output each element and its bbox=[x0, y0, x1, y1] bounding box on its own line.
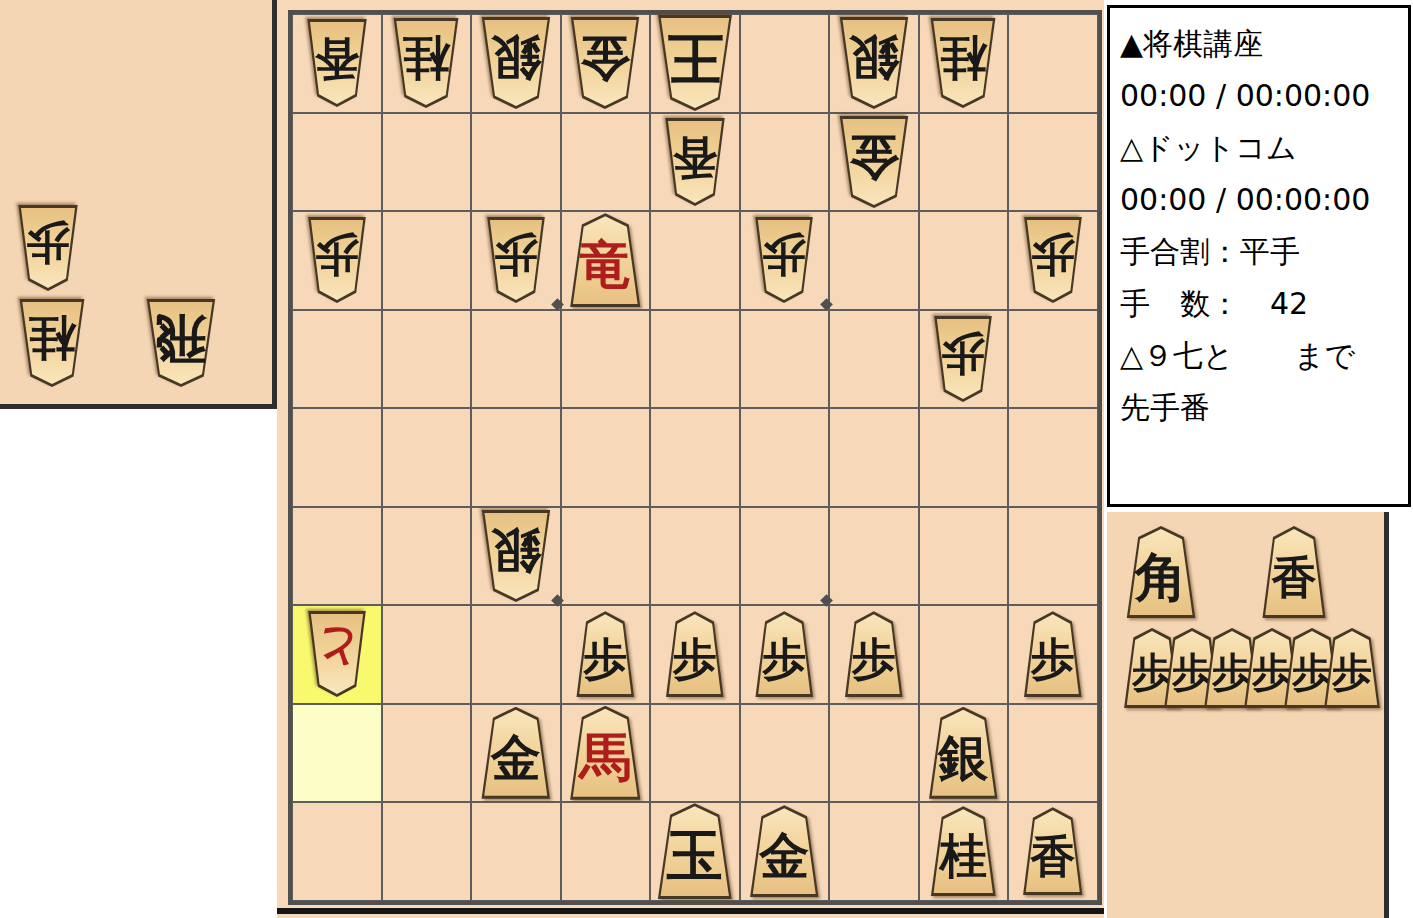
piece-glyph: 歩 bbox=[15, 205, 81, 281]
piece-sente-pawn[interactable]: 歩 bbox=[573, 611, 637, 697]
square-7-3[interactable]: 歩 bbox=[471, 211, 561, 310]
piece-glyph: 香 bbox=[304, 19, 370, 96]
square-1-3[interactable]: 歩 bbox=[1008, 211, 1098, 310]
move-count: 手 数： 42 bbox=[1120, 278, 1404, 330]
piece-sente-dragon[interactable]: 竜 bbox=[566, 213, 644, 307]
square-6-6[interactable] bbox=[561, 507, 651, 606]
square-4-5[interactable] bbox=[740, 408, 830, 507]
square-7-8[interactable]: 金 bbox=[471, 704, 561, 803]
board-bottom-edge bbox=[277, 908, 1104, 914]
shogi-board: 香桂銀金王銀桂香金歩歩竜歩歩歩銀と歩歩歩歩歩金馬銀玉金桂香 bbox=[277, 0, 1104, 918]
square-9-7[interactable]: と bbox=[292, 605, 382, 704]
piece-glyph: 香 bbox=[662, 118, 728, 195]
square-3-2[interactable]: 金 bbox=[829, 113, 919, 212]
square-1-6[interactable] bbox=[1008, 507, 1098, 606]
square-7-6[interactable]: 銀 bbox=[471, 507, 561, 606]
square-5-4[interactable] bbox=[650, 310, 740, 409]
square-6-1[interactable]: 金 bbox=[561, 14, 651, 113]
piece-sente-lance[interactable]: 香 bbox=[1259, 526, 1329, 618]
piece-glyph: 銀 bbox=[925, 718, 1001, 799]
square-3-3[interactable] bbox=[829, 211, 919, 310]
piece-glyph: 桂 bbox=[16, 299, 88, 376]
square-8-4[interactable] bbox=[382, 310, 472, 409]
piece-glyph: 歩 bbox=[1021, 217, 1085, 293]
piece-glyph: 角 bbox=[1123, 537, 1199, 618]
square-4-2[interactable] bbox=[740, 113, 830, 212]
square-2-6[interactable] bbox=[919, 507, 1009, 606]
sente-hand-tray: 角香歩歩歩歩歩歩 bbox=[1107, 512, 1389, 918]
square-5-2[interactable]: 香 bbox=[650, 113, 740, 212]
square-5-7[interactable]: 歩 bbox=[650, 605, 740, 704]
square-5-6[interactable] bbox=[650, 507, 740, 606]
piece-gote-pawn[interactable]: 歩 bbox=[931, 316, 995, 402]
piece-gote-king[interactable]: 王 bbox=[654, 15, 736, 111]
piece-glyph: 香 bbox=[1020, 818, 1086, 895]
square-9-8[interactable] bbox=[292, 704, 382, 803]
piece-gote-silver[interactable]: 銀 bbox=[836, 17, 912, 109]
piece-glyph: 銀 bbox=[836, 17, 912, 98]
piece-gote-silver[interactable]: 銀 bbox=[478, 510, 554, 602]
piece-sente-silver[interactable]: 銀 bbox=[925, 707, 1001, 799]
square-8-7[interactable] bbox=[382, 605, 472, 704]
square-6-3[interactable]: 竜 bbox=[561, 211, 651, 310]
gote-clock: 00:00 / 00:00:00 bbox=[1120, 174, 1404, 226]
square-2-5[interactable] bbox=[919, 408, 1009, 507]
piece-glyph: 歩 bbox=[752, 622, 816, 698]
piece-sente-pawn[interactable]: 歩 bbox=[1021, 611, 1085, 697]
piece-sente-knight[interactable]: 桂 bbox=[927, 806, 999, 896]
piece-glyph: 金 bbox=[478, 718, 554, 799]
info-panel: ▲将棋講座 00:00 / 00:00:00 △ドットコム 00:00 / 00… bbox=[1107, 5, 1411, 507]
gote-hand-tray: 歩桂飛 bbox=[0, 0, 277, 409]
piece-glyph: 歩 bbox=[573, 622, 637, 698]
piece-sente-pawn[interactable]: 歩 bbox=[842, 611, 906, 697]
square-4-7[interactable]: 歩 bbox=[740, 605, 830, 704]
sente-clock: 00:00 / 00:00:00 bbox=[1120, 70, 1404, 122]
piece-glyph: 歩 bbox=[1321, 638, 1383, 708]
piece-sente-pawn[interactable]: 歩 bbox=[1321, 628, 1383, 708]
piece-gote-knight[interactable]: 桂 bbox=[927, 18, 999, 108]
piece-sente-gold[interactable]: 金 bbox=[746, 805, 822, 897]
piece-sente-bishop[interactable]: 角 bbox=[1123, 526, 1199, 618]
piece-glyph: 金 bbox=[836, 116, 912, 197]
square-2-4[interactable]: 歩 bbox=[919, 310, 1009, 409]
square-4-8[interactable] bbox=[740, 704, 830, 803]
square-1-8[interactable] bbox=[1008, 704, 1098, 803]
square-9-3[interactable]: 歩 bbox=[292, 211, 382, 310]
piece-gote-gold[interactable]: 金 bbox=[567, 17, 643, 109]
square-2-3[interactable] bbox=[919, 211, 1009, 310]
square-5-9[interactable]: 玉 bbox=[650, 802, 740, 901]
piece-gote-tokin[interactable]: と bbox=[305, 611, 369, 697]
piece-gote-lance[interactable]: 香 bbox=[304, 19, 370, 107]
square-6-9[interactable] bbox=[561, 802, 651, 901]
piece-glyph: 馬 bbox=[566, 717, 644, 800]
piece-glyph: 歩 bbox=[305, 217, 369, 293]
square-7-9[interactable] bbox=[471, 802, 561, 901]
square-8-9[interactable] bbox=[382, 802, 472, 901]
piece-gote-pawn[interactable]: 歩 bbox=[484, 217, 548, 303]
piece-glyph: 桂 bbox=[390, 18, 462, 97]
square-2-1[interactable]: 桂 bbox=[919, 14, 1009, 113]
square-1-2[interactable] bbox=[1008, 113, 1098, 212]
piece-gote-lance[interactable]: 香 bbox=[662, 118, 728, 206]
piece-sente-gold[interactable]: 金 bbox=[478, 707, 554, 799]
square-3-9[interactable] bbox=[829, 802, 919, 901]
square-7-2[interactable] bbox=[471, 113, 561, 212]
square-8-1[interactable]: 桂 bbox=[382, 14, 472, 113]
square-8-8[interactable] bbox=[382, 704, 472, 803]
square-9-2[interactable] bbox=[292, 113, 382, 212]
piece-glyph: 金 bbox=[746, 816, 822, 897]
piece-glyph: 飛 bbox=[143, 299, 219, 376]
square-7-7[interactable] bbox=[471, 605, 561, 704]
square-6-8[interactable]: 馬 bbox=[561, 704, 651, 803]
square-9-5[interactable] bbox=[292, 408, 382, 507]
piece-sente-king[interactable]: 玉 bbox=[654, 803, 736, 899]
square-1-9[interactable]: 香 bbox=[1008, 802, 1098, 901]
piece-glyph: 銀 bbox=[478, 510, 554, 591]
piece-glyph: 歩 bbox=[663, 622, 727, 698]
square-6-7[interactable]: 歩 bbox=[561, 605, 651, 704]
piece-gote-gold[interactable]: 金 bbox=[836, 116, 912, 208]
square-7-4[interactable] bbox=[471, 310, 561, 409]
piece-gote-knight[interactable]: 桂 bbox=[16, 299, 88, 387]
square-2-2[interactable] bbox=[919, 113, 1009, 212]
piece-sente-pawn[interactable]: 歩 bbox=[663, 611, 727, 697]
square-6-4[interactable] bbox=[561, 310, 651, 409]
square-1-4[interactable] bbox=[1008, 310, 1098, 409]
piece-gote-pawn[interactable]: 歩 bbox=[305, 217, 369, 303]
square-8-3[interactable] bbox=[382, 211, 472, 310]
square-9-9[interactable] bbox=[292, 802, 382, 901]
piece-glyph: 香 bbox=[1259, 537, 1329, 618]
piece-glyph: 歩 bbox=[752, 217, 816, 293]
square-4-3[interactable]: 歩 bbox=[740, 211, 830, 310]
piece-gote-pawn[interactable]: 歩 bbox=[752, 217, 816, 303]
piece-sente-lance[interactable]: 香 bbox=[1020, 807, 1086, 895]
square-1-5[interactable] bbox=[1008, 408, 1098, 507]
piece-gote-pawn[interactable]: 歩 bbox=[1021, 217, 1085, 303]
square-5-8[interactable] bbox=[650, 704, 740, 803]
square-1-1[interactable] bbox=[1008, 14, 1098, 113]
square-5-5[interactable] bbox=[650, 408, 740, 507]
piece-gote-silver[interactable]: 銀 bbox=[478, 17, 554, 109]
square-3-7[interactable]: 歩 bbox=[829, 605, 919, 704]
piece-glyph: 歩 bbox=[484, 217, 548, 293]
square-2-8[interactable]: 銀 bbox=[919, 704, 1009, 803]
square-9-4[interactable] bbox=[292, 310, 382, 409]
square-6-2[interactable] bbox=[561, 113, 651, 212]
last-move-label: △９七と まで bbox=[1120, 330, 1404, 382]
square-8-2[interactable] bbox=[382, 113, 472, 212]
square-9-6[interactable] bbox=[292, 507, 382, 606]
piece-glyph: 歩 bbox=[842, 622, 906, 698]
piece-gote-knight[interactable]: 桂 bbox=[390, 18, 462, 108]
player-sente-name: ▲将棋講座 bbox=[1120, 18, 1404, 70]
square-4-9[interactable]: 金 bbox=[740, 802, 830, 901]
piece-sente-horse[interactable]: 馬 bbox=[566, 706, 644, 800]
piece-glyph: 桂 bbox=[927, 817, 999, 896]
square-5-3[interactable] bbox=[650, 211, 740, 310]
square-8-5[interactable] bbox=[382, 408, 472, 507]
square-8-6[interactable] bbox=[382, 507, 472, 606]
piece-glyph: 王 bbox=[654, 15, 736, 99]
square-3-6[interactable] bbox=[829, 507, 919, 606]
square-2-7[interactable] bbox=[919, 605, 1009, 704]
piece-glyph: 歩 bbox=[1021, 622, 1085, 698]
piece-glyph: 銀 bbox=[478, 17, 554, 98]
piece-glyph: 玉 bbox=[654, 815, 736, 899]
piece-glyph: 桂 bbox=[927, 18, 999, 97]
piece-glyph: 金 bbox=[567, 17, 643, 98]
handicap-label: 手合割：平手 bbox=[1120, 226, 1404, 278]
square-3-5[interactable] bbox=[829, 408, 919, 507]
square-1-7[interactable]: 歩 bbox=[1008, 605, 1098, 704]
turn-indicator: 先手番 bbox=[1120, 382, 1404, 434]
square-4-4[interactable] bbox=[740, 310, 830, 409]
piece-glyph: と bbox=[305, 611, 369, 687]
square-4-1[interactable] bbox=[740, 14, 830, 113]
piece-sente-pawn[interactable]: 歩 bbox=[752, 611, 816, 697]
square-7-1[interactable]: 銀 bbox=[471, 14, 561, 113]
board-grid: 香桂銀金王銀桂香金歩歩竜歩歩歩銀と歩歩歩歩歩金馬銀玉金桂香 bbox=[288, 10, 1102, 905]
square-3-4[interactable] bbox=[829, 310, 919, 409]
square-2-9[interactable]: 桂 bbox=[919, 802, 1009, 901]
square-9-1[interactable]: 香 bbox=[292, 14, 382, 113]
square-7-5[interactable] bbox=[471, 408, 561, 507]
piece-gote-pawn[interactable]: 歩 bbox=[15, 205, 81, 291]
square-3-1[interactable]: 銀 bbox=[829, 14, 919, 113]
piece-glyph: 竜 bbox=[566, 225, 644, 308]
square-5-1[interactable]: 王 bbox=[650, 14, 740, 113]
player-gote-name: △ドットコム bbox=[1120, 122, 1404, 174]
square-4-6[interactable] bbox=[740, 507, 830, 606]
piece-gote-rook[interactable]: 飛 bbox=[143, 299, 219, 387]
square-3-8[interactable] bbox=[829, 704, 919, 803]
piece-glyph: 歩 bbox=[931, 316, 995, 392]
square-6-5[interactable] bbox=[561, 408, 651, 507]
